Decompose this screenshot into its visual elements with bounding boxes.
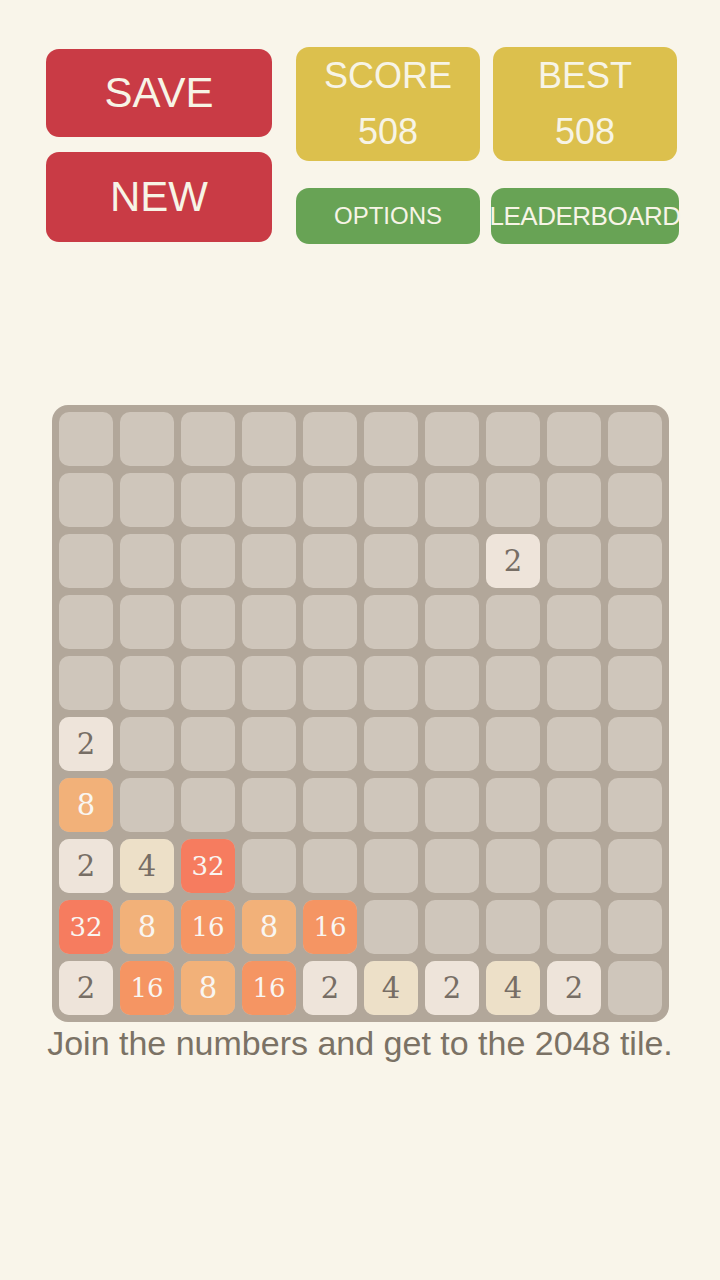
grid-cell-r5c6	[425, 717, 479, 771]
grid-cell-r6c1	[120, 778, 174, 832]
grid-cell-r3c6	[425, 595, 479, 649]
grid-cell-r6c4	[303, 778, 357, 832]
tile-16: 16	[303, 900, 357, 954]
grid-cell-r4c4	[303, 656, 357, 710]
grid-cell-r3c4	[303, 595, 357, 649]
grid-cell-r7c5	[364, 839, 418, 893]
grid-cell-r7c4	[303, 839, 357, 893]
tile-8: 8	[120, 900, 174, 954]
grid-cell-r6c5	[364, 778, 418, 832]
grid-cell-r8c0: 32	[59, 900, 113, 954]
grid-cell-r9c0: 2	[59, 961, 113, 1015]
grid-cell-r3c7	[486, 595, 540, 649]
grid-cell-r5c5	[364, 717, 418, 771]
grid-cell-r0c4	[303, 412, 357, 466]
grid-cell-r6c3	[242, 778, 296, 832]
tile-2: 2	[59, 961, 113, 1015]
grid-cell-r1c1	[120, 473, 174, 527]
grid-cell-r9c8: 2	[547, 961, 601, 1015]
grid-cell-r7c9	[608, 839, 662, 893]
grid-cell-r8c3: 8	[242, 900, 296, 954]
tile-2: 2	[303, 961, 357, 1015]
grid-cell-r6c9	[608, 778, 662, 832]
grid-cell-r5c3	[242, 717, 296, 771]
grid-cell-r4c8	[547, 656, 601, 710]
grid-cell-r2c1	[120, 534, 174, 588]
grid-cell-r7c2: 32	[181, 839, 235, 893]
grid-cell-r4c3	[242, 656, 296, 710]
grid-cell-r1c9	[608, 473, 662, 527]
grid-cell-r9c2: 8	[181, 961, 235, 1015]
grid-cell-r1c5	[364, 473, 418, 527]
tile-8: 8	[181, 961, 235, 1015]
grid-cell-r6c7	[486, 778, 540, 832]
grid-cell-r4c2	[181, 656, 235, 710]
grid-cell-r9c4: 2	[303, 961, 357, 1015]
grid-cell-r0c9	[608, 412, 662, 466]
best-value: 508	[555, 104, 615, 160]
grid-cell-r8c5	[364, 900, 418, 954]
grid-cell-r5c7	[486, 717, 540, 771]
tile-2: 2	[59, 839, 113, 893]
grid-cell-r8c1: 8	[120, 900, 174, 954]
game-instructions: Join the numbers and get to the 2048 til…	[0, 1024, 720, 1063]
leaderboard-button[interactable]: LEADERBOARD	[491, 188, 679, 244]
grid-cell-r3c3	[242, 595, 296, 649]
grid-cell-r4c1	[120, 656, 174, 710]
board[interactable]: 22824323281681621681624242	[52, 405, 669, 1022]
grid-cell-r7c1: 4	[120, 839, 174, 893]
grid-cell-r8c9	[608, 900, 662, 954]
best-box: BEST 508	[493, 47, 677, 161]
tile-32: 32	[59, 900, 113, 954]
tile-2: 2	[425, 961, 479, 1015]
tile-4: 4	[120, 839, 174, 893]
grid-cell-r0c0	[59, 412, 113, 466]
grid-cell-r8c8	[547, 900, 601, 954]
grid-cell-r3c2	[181, 595, 235, 649]
grid-cell-r4c0	[59, 656, 113, 710]
grid-cell-r7c3	[242, 839, 296, 893]
grid-cell-r3c5	[364, 595, 418, 649]
grid-cell-r4c6	[425, 656, 479, 710]
app-background: SAVE NEW SCORE 508 BEST 508 OPTIONS LEAD…	[0, 0, 720, 1280]
grid-cell-r2c6	[425, 534, 479, 588]
grid-cell-r1c2	[181, 473, 235, 527]
grid-cell-r1c4	[303, 473, 357, 527]
grid-cell-r8c4: 16	[303, 900, 357, 954]
grid-cell-r4c7	[486, 656, 540, 710]
grid-cell-r0c8	[547, 412, 601, 466]
grid-cell-r6c6	[425, 778, 479, 832]
grid-cell-r7c8	[547, 839, 601, 893]
grid-cell-r0c1	[120, 412, 174, 466]
grid-cell-r5c4	[303, 717, 357, 771]
grid-cell-r0c7	[486, 412, 540, 466]
grid-cell-r9c1: 16	[120, 961, 174, 1015]
grid-cell-r2c4	[303, 534, 357, 588]
tile-16: 16	[242, 961, 296, 1015]
grid-cell-r1c0	[59, 473, 113, 527]
grid-cell-r5c2	[181, 717, 235, 771]
tile-32: 32	[181, 839, 235, 893]
score-label: SCORE	[324, 48, 452, 104]
score-box: SCORE 508	[296, 47, 480, 161]
grid-cell-r9c5: 4	[364, 961, 418, 1015]
grid-cell-r6c8	[547, 778, 601, 832]
grid-cell-r5c0: 2	[59, 717, 113, 771]
grid-cell-r2c8	[547, 534, 601, 588]
best-label: BEST	[538, 48, 632, 104]
grid-cell-r1c8	[547, 473, 601, 527]
grid-cell-r7c0: 2	[59, 839, 113, 893]
tile-16: 16	[120, 961, 174, 1015]
grid-cell-r9c3: 16	[242, 961, 296, 1015]
grid-cell-r0c3	[242, 412, 296, 466]
grid-cell-r3c9	[608, 595, 662, 649]
grid-cell-r6c2	[181, 778, 235, 832]
grid-cell-r2c7: 2	[486, 534, 540, 588]
save-button[interactable]: SAVE	[46, 49, 272, 137]
grid-cell-r0c5	[364, 412, 418, 466]
grid-cell-r4c5	[364, 656, 418, 710]
grid-cell-r8c2: 16	[181, 900, 235, 954]
grid-cell-r8c7	[486, 900, 540, 954]
grid-cell-r2c0	[59, 534, 113, 588]
score-value: 508	[358, 104, 418, 160]
grid-cell-r1c3	[242, 473, 296, 527]
grid-cell-r1c6	[425, 473, 479, 527]
grid-cell-r2c2	[181, 534, 235, 588]
grid-cell-r8c6	[425, 900, 479, 954]
grid-cell-r7c7	[486, 839, 540, 893]
tile-8: 8	[59, 778, 113, 832]
tile-8: 8	[242, 900, 296, 954]
grid-cell-r5c9	[608, 717, 662, 771]
grid-cell-r1c7	[486, 473, 540, 527]
grid-cell-r3c8	[547, 595, 601, 649]
grid-cell-r3c1	[120, 595, 174, 649]
tile-16: 16	[181, 900, 235, 954]
new-game-button[interactable]: NEW	[46, 152, 272, 242]
grid-cell-r7c6	[425, 839, 479, 893]
tile-2: 2	[59, 717, 113, 771]
grid-cell-r9c7: 4	[486, 961, 540, 1015]
tile-4: 4	[364, 961, 418, 1015]
grid-cell-r0c6	[425, 412, 479, 466]
grid-cell-r0c2	[181, 412, 235, 466]
grid-cell-r9c6: 2	[425, 961, 479, 1015]
grid-cell-r6c0: 8	[59, 778, 113, 832]
tile-2: 2	[547, 961, 601, 1015]
tile-2: 2	[486, 534, 540, 588]
grid-cell-r5c1	[120, 717, 174, 771]
grid-cell-r4c9	[608, 656, 662, 710]
grid-cell-r2c3	[242, 534, 296, 588]
tile-4: 4	[486, 961, 540, 1015]
options-button[interactable]: OPTIONS	[296, 188, 480, 244]
grid-cell-r5c8	[547, 717, 601, 771]
grid-cell-r9c9	[608, 961, 662, 1015]
grid-cell-r3c0	[59, 595, 113, 649]
grid-cell-r2c5	[364, 534, 418, 588]
grid-cell-r2c9	[608, 534, 662, 588]
